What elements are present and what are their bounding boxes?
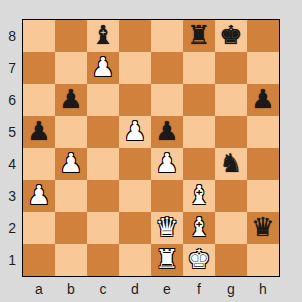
- black-pawn[interactable]: ♟: [27, 118, 50, 144]
- square-c3[interactable]: [87, 180, 119, 212]
- square-c4[interactable]: [87, 148, 119, 180]
- file-label-d: d: [119, 277, 151, 301]
- square-d5[interactable]: ♟: [119, 116, 151, 148]
- square-e6[interactable]: [151, 84, 183, 116]
- square-g7[interactable]: [215, 52, 247, 84]
- rank-label-7: 7: [0, 52, 16, 84]
- rank-label-1: 1: [0, 244, 16, 276]
- square-a8[interactable]: [23, 20, 55, 52]
- chess-board: ♝♜♚♟♟♟♟♟♟♟♟♞♟♝♛♝♛♜♚: [22, 19, 280, 277]
- rank-label-2: 2: [0, 212, 16, 244]
- rank-label-4: 4: [0, 148, 16, 180]
- square-f8[interactable]: ♜: [183, 20, 215, 52]
- square-d3[interactable]: [119, 180, 151, 212]
- square-a6[interactable]: [23, 84, 55, 116]
- square-h1[interactable]: [247, 244, 279, 276]
- square-c1[interactable]: [87, 244, 119, 276]
- square-g3[interactable]: [215, 180, 247, 212]
- file-label-h: h: [247, 277, 279, 301]
- square-f7[interactable]: [183, 52, 215, 84]
- square-g5[interactable]: [215, 116, 247, 148]
- square-h4[interactable]: [247, 148, 279, 180]
- square-h7[interactable]: [247, 52, 279, 84]
- chess-diagram: 87654321 ♝♜♚♟♟♟♟♟♟♟♟♞♟♝♛♝♛♜♚ abcdefgh: [0, 0, 302, 302]
- black-king[interactable]: ♚: [219, 22, 242, 48]
- square-c8[interactable]: ♝: [87, 20, 119, 52]
- square-e8[interactable]: [151, 20, 183, 52]
- rank-label-3: 3: [0, 180, 16, 212]
- black-rook[interactable]: ♜: [187, 22, 210, 48]
- square-b6[interactable]: ♟: [55, 84, 87, 116]
- square-a7[interactable]: [23, 52, 55, 84]
- white-pawn[interactable]: ♟: [27, 182, 50, 208]
- file-labels: abcdefgh: [23, 277, 279, 301]
- rank-labels: 87654321: [0, 20, 16, 276]
- white-bishop[interactable]: ♝: [187, 182, 210, 208]
- square-c6[interactable]: [87, 84, 119, 116]
- square-g6[interactable]: [215, 84, 247, 116]
- file-label-e: e: [151, 277, 183, 301]
- square-a5[interactable]: ♟: [23, 116, 55, 148]
- square-f1[interactable]: ♚: [183, 244, 215, 276]
- square-d4[interactable]: [119, 148, 151, 180]
- black-pawn[interactable]: ♟: [59, 86, 82, 112]
- black-knight[interactable]: ♞: [219, 150, 242, 176]
- rank-label-6: 6: [0, 84, 16, 116]
- white-pawn[interactable]: ♟: [91, 54, 114, 80]
- rank-label-5: 5: [0, 116, 16, 148]
- file-label-f: f: [183, 277, 215, 301]
- rank-label-8: 8: [0, 20, 16, 52]
- square-a3[interactable]: ♟: [23, 180, 55, 212]
- square-h8[interactable]: [247, 20, 279, 52]
- square-f6[interactable]: [183, 84, 215, 116]
- black-bishop[interactable]: ♝: [91, 22, 114, 48]
- square-b3[interactable]: [55, 180, 87, 212]
- square-g4[interactable]: ♞: [215, 148, 247, 180]
- square-e3[interactable]: [151, 180, 183, 212]
- square-e4[interactable]: ♟: [151, 148, 183, 180]
- square-a1[interactable]: [23, 244, 55, 276]
- square-h3[interactable]: [247, 180, 279, 212]
- black-pawn[interactable]: ♟: [155, 118, 178, 144]
- square-a2[interactable]: [23, 212, 55, 244]
- square-b1[interactable]: [55, 244, 87, 276]
- square-d7[interactable]: [119, 52, 151, 84]
- black-queen[interactable]: ♛: [251, 214, 274, 240]
- white-pawn[interactable]: ♟: [59, 150, 82, 176]
- square-g2[interactable]: [215, 212, 247, 244]
- square-h2[interactable]: ♛: [247, 212, 279, 244]
- square-a4[interactable]: [23, 148, 55, 180]
- white-king[interactable]: ♚: [187, 246, 210, 272]
- square-b7[interactable]: [55, 52, 87, 84]
- file-label-b: b: [55, 277, 87, 301]
- file-label-c: c: [87, 277, 119, 301]
- file-label-g: g: [215, 277, 247, 301]
- square-f5[interactable]: [183, 116, 215, 148]
- square-g8[interactable]: ♚: [215, 20, 247, 52]
- square-b8[interactable]: [55, 20, 87, 52]
- black-pawn[interactable]: ♟: [251, 86, 274, 112]
- square-f2[interactable]: ♝: [183, 212, 215, 244]
- file-label-a: a: [23, 277, 55, 301]
- square-b5[interactable]: [55, 116, 87, 148]
- square-c5[interactable]: [87, 116, 119, 148]
- square-g1[interactable]: [215, 244, 247, 276]
- square-e7[interactable]: [151, 52, 183, 84]
- square-h6[interactable]: ♟: [247, 84, 279, 116]
- square-d8[interactable]: [119, 20, 151, 52]
- square-e5[interactable]: ♟: [151, 116, 183, 148]
- square-f4[interactable]: [183, 148, 215, 180]
- white-queen[interactable]: ♛: [155, 214, 178, 240]
- white-pawn[interactable]: ♟: [123, 118, 146, 144]
- square-d6[interactable]: [119, 84, 151, 116]
- square-f3[interactable]: ♝: [183, 180, 215, 212]
- square-h5[interactable]: [247, 116, 279, 148]
- white-pawn[interactable]: ♟: [155, 150, 178, 176]
- square-b2[interactable]: [55, 212, 87, 244]
- square-d1[interactable]: [119, 244, 151, 276]
- square-e1[interactable]: ♜: [151, 244, 183, 276]
- square-e2[interactable]: ♛: [151, 212, 183, 244]
- white-rook[interactable]: ♜: [155, 246, 178, 272]
- square-b4[interactable]: ♟: [55, 148, 87, 180]
- white-bishop[interactable]: ♝: [187, 214, 210, 240]
- square-c2[interactable]: [87, 212, 119, 244]
- square-d2[interactable]: [119, 212, 151, 244]
- square-c7[interactable]: ♟: [87, 52, 119, 84]
